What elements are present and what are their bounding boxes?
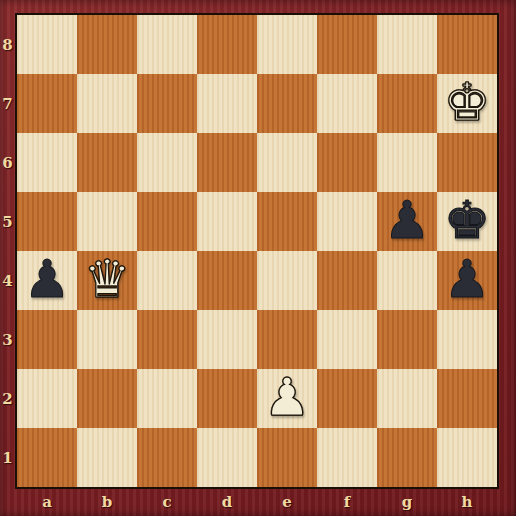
- square-b6[interactable]: [77, 133, 137, 192]
- file-label-h: h: [437, 489, 497, 515]
- rank-label-8: 8: [0, 15, 15, 74]
- file-label-text: h: [462, 493, 473, 511]
- square-h4[interactable]: ♟: [437, 251, 497, 310]
- file-label-a: a: [17, 489, 77, 515]
- square-b7[interactable]: [77, 74, 137, 133]
- square-e8[interactable]: [257, 15, 317, 74]
- square-g7[interactable]: [377, 74, 437, 133]
- rank-label-4: 4: [0, 251, 15, 310]
- square-c3[interactable]: [137, 310, 197, 369]
- file-label-text: f: [344, 493, 350, 511]
- piece-black-king[interactable]: ♚: [444, 194, 491, 246]
- square-e5[interactable]: [257, 192, 317, 251]
- square-a2[interactable]: [17, 369, 77, 428]
- rank-labels: 87654321: [0, 15, 15, 487]
- rank-label-6: 6: [0, 133, 15, 192]
- piece-black-pawn[interactable]: ♟: [384, 194, 431, 246]
- board-frame: 87654321 abcdefgh ♚♟♚♟♛♟♟: [0, 0, 516, 516]
- file-labels: abcdefgh: [17, 489, 497, 515]
- rank-label-3: 3: [0, 310, 15, 369]
- square-g8[interactable]: [377, 15, 437, 74]
- square-a7[interactable]: [17, 74, 77, 133]
- square-d8[interactable]: [197, 15, 257, 74]
- square-e4[interactable]: [257, 251, 317, 310]
- square-c7[interactable]: [137, 74, 197, 133]
- square-f5[interactable]: [317, 192, 377, 251]
- file-label-text: e: [282, 493, 292, 511]
- square-c4[interactable]: [137, 251, 197, 310]
- square-e1[interactable]: [257, 428, 317, 487]
- square-g1[interactable]: [377, 428, 437, 487]
- chess-board: ♚♟♚♟♛♟♟: [15, 13, 499, 489]
- square-e2[interactable]: ♟: [257, 369, 317, 428]
- square-h5[interactable]: ♚: [437, 192, 497, 251]
- rank-label-text: 7: [2, 95, 12, 113]
- rank-label-2: 2: [0, 369, 15, 428]
- file-label-text: a: [42, 493, 52, 511]
- square-g4[interactable]: [377, 251, 437, 310]
- rank-label-5: 5: [0, 192, 15, 251]
- square-b2[interactable]: [77, 369, 137, 428]
- piece-white-king[interactable]: ♚: [444, 76, 491, 128]
- rank-label-7: 7: [0, 74, 15, 133]
- square-h7[interactable]: ♚: [437, 74, 497, 133]
- square-f3[interactable]: [317, 310, 377, 369]
- piece-black-pawn[interactable]: ♟: [24, 253, 71, 305]
- file-label-e: e: [257, 489, 317, 515]
- square-b5[interactable]: [77, 192, 137, 251]
- square-a8[interactable]: [17, 15, 77, 74]
- square-a1[interactable]: [17, 428, 77, 487]
- square-f7[interactable]: [317, 74, 377, 133]
- square-f4[interactable]: [317, 251, 377, 310]
- file-label-text: c: [162, 493, 171, 511]
- file-label-g: g: [377, 489, 437, 515]
- square-a6[interactable]: [17, 133, 77, 192]
- square-c6[interactable]: [137, 133, 197, 192]
- square-b4[interactable]: ♛: [77, 251, 137, 310]
- square-f8[interactable]: [317, 15, 377, 74]
- square-c1[interactable]: [137, 428, 197, 487]
- rank-label-text: 4: [2, 272, 12, 290]
- square-d4[interactable]: [197, 251, 257, 310]
- rank-label-text: 1: [2, 449, 12, 467]
- piece-black-pawn[interactable]: ♟: [444, 253, 491, 305]
- square-h1[interactable]: [437, 428, 497, 487]
- rank-label-1: 1: [0, 428, 15, 487]
- file-label-d: d: [197, 489, 257, 515]
- square-g2[interactable]: [377, 369, 437, 428]
- square-e7[interactable]: [257, 74, 317, 133]
- piece-white-pawn[interactable]: ♟: [264, 371, 311, 423]
- square-b3[interactable]: [77, 310, 137, 369]
- square-d2[interactable]: [197, 369, 257, 428]
- rank-label-text: 6: [2, 154, 12, 172]
- file-label-c: c: [137, 489, 197, 515]
- square-e3[interactable]: [257, 310, 317, 369]
- square-f2[interactable]: [317, 369, 377, 428]
- rank-label-text: 5: [2, 213, 12, 231]
- rank-label-text: 3: [2, 331, 12, 349]
- square-g3[interactable]: [377, 310, 437, 369]
- piece-white-queen[interactable]: ♛: [84, 253, 131, 305]
- square-b8[interactable]: [77, 15, 137, 74]
- square-a5[interactable]: [17, 192, 77, 251]
- square-d7[interactable]: [197, 74, 257, 133]
- file-label-f: f: [317, 489, 377, 515]
- square-h3[interactable]: [437, 310, 497, 369]
- square-c8[interactable]: [137, 15, 197, 74]
- square-g6[interactable]: [377, 133, 437, 192]
- square-d1[interactable]: [197, 428, 257, 487]
- square-e6[interactable]: [257, 133, 317, 192]
- square-g5[interactable]: ♟: [377, 192, 437, 251]
- square-a3[interactable]: [17, 310, 77, 369]
- rank-label-text: 2: [2, 390, 12, 408]
- square-c2[interactable]: [137, 369, 197, 428]
- square-d5[interactable]: [197, 192, 257, 251]
- file-label-text: g: [402, 493, 413, 511]
- square-h2[interactable]: [437, 369, 497, 428]
- square-h6[interactable]: [437, 133, 497, 192]
- square-d3[interactable]: [197, 310, 257, 369]
- file-label-text: d: [222, 493, 233, 511]
- square-f6[interactable]: [317, 133, 377, 192]
- square-d6[interactable]: [197, 133, 257, 192]
- square-h8[interactable]: [437, 15, 497, 74]
- square-a4[interactable]: ♟: [17, 251, 77, 310]
- file-label-b: b: [77, 489, 137, 515]
- square-c5[interactable]: [137, 192, 197, 251]
- square-f1[interactable]: [317, 428, 377, 487]
- square-b1[interactable]: [77, 428, 137, 487]
- rank-label-text: 8: [2, 36, 12, 54]
- file-label-text: b: [102, 493, 113, 511]
